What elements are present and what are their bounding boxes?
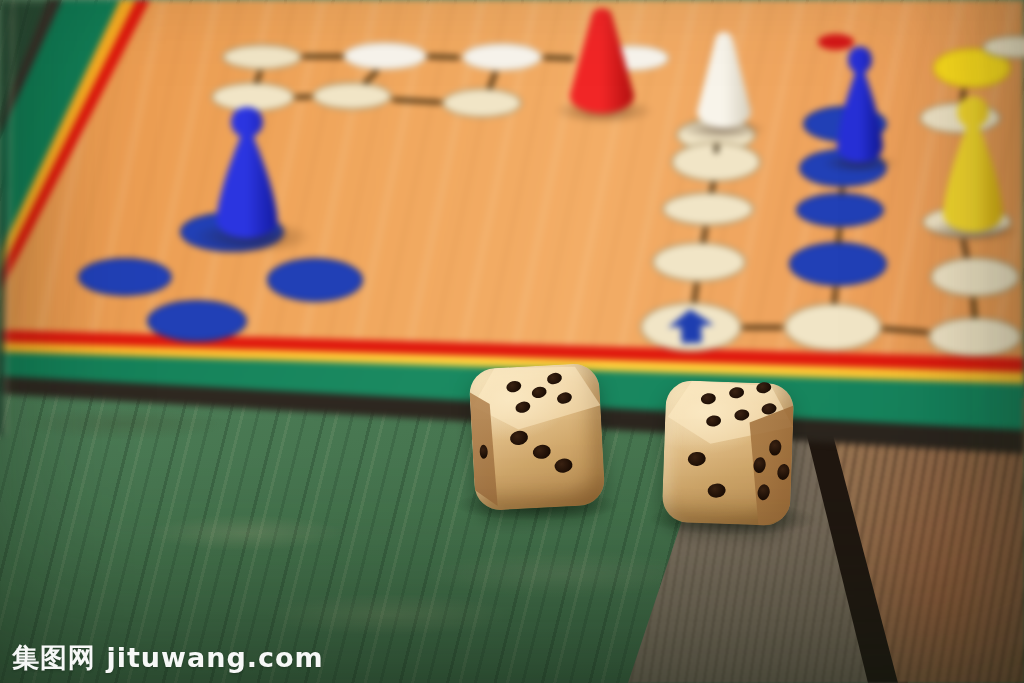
photo-scene: 集图网 jituwang.com	[0, 0, 1024, 683]
pawn-blue	[207, 102, 287, 242]
die-pip-front	[532, 443, 552, 460]
pawn-white	[682, 30, 766, 132]
ludo-board	[0, 0, 1024, 683]
die-pip-front	[509, 429, 529, 446]
pawn-red	[552, 6, 652, 118]
die-1-top-5	[468, 363, 605, 512]
pawn-red-tip	[818, 34, 854, 50]
pawn-yellow	[934, 91, 1012, 236]
die-pip-front	[707, 483, 726, 499]
watermark: 集图网 jituwang.com	[12, 640, 324, 676]
pawn-blue	[830, 42, 890, 166]
die-2-top-6	[662, 380, 795, 526]
die-pip-front	[553, 457, 573, 474]
die-pip-front	[687, 451, 706, 467]
pawns-layer	[0, 0, 1024, 683]
